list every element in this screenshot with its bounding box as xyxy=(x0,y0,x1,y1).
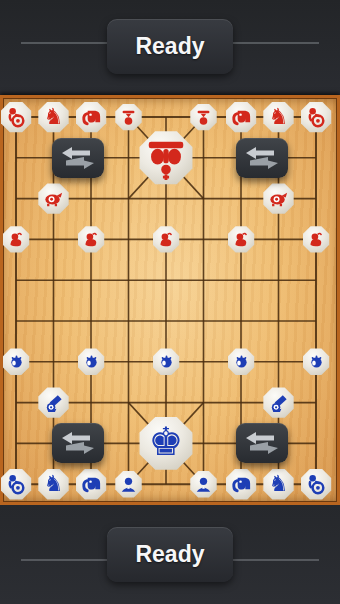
bottom-bar: Ready xyxy=(0,505,340,604)
swap-arrows-icon xyxy=(61,430,95,456)
swap-sides-button-bottom-left[interactable] xyxy=(52,423,104,463)
horse-icon: ♞ xyxy=(43,472,63,494)
soldier-icon xyxy=(307,230,326,249)
horse-icon: ♞ xyxy=(268,472,288,494)
chariot-icon xyxy=(5,106,28,129)
swap-arrows-icon xyxy=(245,430,279,456)
king-icon xyxy=(143,135,189,181)
swap-arrows-icon xyxy=(61,145,95,171)
soldier-icon xyxy=(7,352,26,371)
soldier-icon xyxy=(307,352,326,371)
soldier-icon xyxy=(82,352,101,371)
swap-sides-button-top-left[interactable] xyxy=(52,138,104,178)
soldier-icon xyxy=(82,230,101,249)
horse-icon: ♞ xyxy=(268,105,288,127)
top-bar: Ready xyxy=(0,0,340,95)
chariot-icon xyxy=(305,106,328,129)
king-icon: ♚ xyxy=(149,423,184,462)
swap-sides-button-bottom-right[interactable] xyxy=(236,423,288,463)
app-screen: Ready ♞ ♞ xyxy=(0,0,340,604)
cannon-icon xyxy=(42,391,65,414)
swap-sides-button-top-right[interactable] xyxy=(236,138,288,178)
soldier-icon xyxy=(232,230,251,249)
cannon-icon xyxy=(42,187,65,210)
top-ready-button[interactable]: Ready xyxy=(107,19,233,74)
soldier-icon xyxy=(157,230,176,249)
xiangqi-board: ♞ ♞ xyxy=(0,95,340,505)
chariot-icon xyxy=(305,473,328,496)
advisor-icon xyxy=(194,108,213,127)
advisor-icon xyxy=(119,108,138,127)
cannon-icon xyxy=(267,391,290,414)
cannon-icon xyxy=(267,187,290,210)
advisor-icon xyxy=(119,475,138,494)
swap-arrows-icon xyxy=(245,145,279,171)
elephant-icon xyxy=(230,106,253,129)
chariot-icon xyxy=(5,473,28,496)
elephant-icon xyxy=(80,473,103,496)
advisor-icon xyxy=(194,475,213,494)
bottom-ready-button[interactable]: Ready xyxy=(107,527,233,582)
elephant-icon xyxy=(80,106,103,129)
soldier-icon xyxy=(157,352,176,371)
horse-icon: ♞ xyxy=(43,105,63,127)
soldier-icon xyxy=(7,230,26,249)
soldier-icon xyxy=(232,352,251,371)
elephant-icon xyxy=(230,473,253,496)
